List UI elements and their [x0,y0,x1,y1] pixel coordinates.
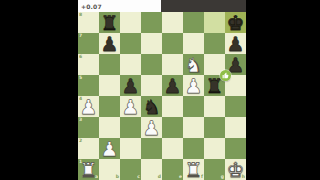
square-d4[interactable]: ♞ [141,96,162,117]
letterbox-right [246,0,320,180]
square-h1[interactable]: h♚ [225,159,246,180]
black-pawn[interactable]: ♟ [164,76,182,96]
square-c3[interactable] [120,117,141,138]
thumbs-up-icon [222,72,229,79]
square-e2[interactable] [162,138,183,159]
square-d3[interactable]: ♟ [141,117,162,138]
square-a6[interactable]: 6 [78,54,99,75]
rank-label-6: 6 [79,55,82,60]
white-pawn[interactable]: ♟ [122,97,140,117]
square-e3[interactable] [162,117,183,138]
square-c2[interactable] [120,138,141,159]
rank-label-2: 2 [79,139,82,144]
white-pawn[interactable]: ♟ [143,118,161,138]
square-g4[interactable] [204,96,225,117]
square-d6[interactable] [141,54,162,75]
square-a3[interactable]: 3 [78,117,99,138]
white-pawn[interactable]: ♟ [80,97,98,117]
file-label-b: b [116,175,119,180]
file-label-a: a [95,175,98,180]
square-d1[interactable]: d [141,159,162,180]
evaluation-bar-white-side: +0.07 [78,0,161,12]
rank-label-4: 4 [79,97,82,102]
square-c1[interactable]: c [120,159,141,180]
good-move-badge [220,70,231,81]
square-f5[interactable]: ♟ [183,75,204,96]
rank-label-3: 3 [79,118,82,123]
square-a2[interactable]: 2 [78,138,99,159]
rank-label-8: 8 [79,13,82,18]
square-e5[interactable]: ♟ [162,75,183,96]
square-e1[interactable]: e [162,159,183,180]
square-d8[interactable] [141,12,162,33]
square-a4[interactable]: 4♟ [78,96,99,117]
square-c5[interactable]: ♟ [120,75,141,96]
square-b4[interactable] [99,96,120,117]
file-label-e: e [179,175,182,180]
black-rook[interactable]: ♜ [101,13,119,33]
square-a7[interactable]: 7 [78,33,99,54]
square-g2[interactable] [204,138,225,159]
square-h8[interactable]: ♚ [225,12,246,33]
rank-label-5: 5 [79,76,82,81]
square-f7[interactable] [183,33,204,54]
black-pawn[interactable]: ♟ [122,76,140,96]
black-king[interactable]: ♚ [227,13,245,33]
rank-label-7: 7 [79,34,82,39]
black-pawn[interactable]: ♟ [227,34,245,54]
file-label-d: d [158,175,161,180]
square-e7[interactable] [162,33,183,54]
square-c4[interactable]: ♟ [120,96,141,117]
square-f2[interactable] [183,138,204,159]
square-f8[interactable] [183,12,204,33]
square-f6[interactable]: ♞ [183,54,204,75]
square-h3[interactable] [225,117,246,138]
square-d5[interactable] [141,75,162,96]
white-pawn[interactable]: ♟ [101,139,119,159]
square-c8[interactable] [120,12,141,33]
evaluation-score: +0.07 [78,3,102,10]
file-label-f: f [201,175,203,180]
file-label-h: h [242,175,245,180]
square-g7[interactable] [204,33,225,54]
letterbox-left [0,0,78,180]
square-h7[interactable]: ♟ [225,33,246,54]
square-f3[interactable] [183,117,204,138]
square-b8[interactable]: ♜ [99,12,120,33]
square-e8[interactable] [162,12,183,33]
square-a1[interactable]: 1a♜ [78,159,99,180]
square-c7[interactable] [120,33,141,54]
square-g3[interactable] [204,117,225,138]
video-frame: +0.07 8♜♚7♟♟6♞♟5♟♟♟♜4♟♟♞3♟2♟1a♜bcdef♜gh♚ [0,0,320,180]
square-g8[interactable] [204,12,225,33]
file-label-g: g [221,175,224,180]
black-pawn[interactable]: ♟ [101,34,119,54]
square-b1[interactable]: b [99,159,120,180]
square-h4[interactable] [225,96,246,117]
square-h2[interactable] [225,138,246,159]
square-a5[interactable]: 5 [78,75,99,96]
file-label-c: c [137,175,140,180]
square-d7[interactable] [141,33,162,54]
square-b3[interactable] [99,117,120,138]
black-knight[interactable]: ♞ [143,97,161,117]
square-d2[interactable] [141,138,162,159]
white-pawn[interactable]: ♟ [185,76,203,96]
square-b7[interactable]: ♟ [99,33,120,54]
square-e4[interactable] [162,96,183,117]
square-c6[interactable] [120,54,141,75]
white-knight[interactable]: ♞ [185,55,203,75]
square-g1[interactable]: g [204,159,225,180]
square-b5[interactable] [99,75,120,96]
square-b6[interactable] [99,54,120,75]
white-rook[interactable]: ♜ [185,160,203,180]
square-f1[interactable]: f♜ [183,159,204,180]
chess-board[interactable]: 8♜♚7♟♟6♞♟5♟♟♟♜4♟♟♞3♟2♟1a♜bcdef♜gh♚ [78,12,246,180]
square-a8[interactable]: 8 [78,12,99,33]
rank-label-1: 1 [79,160,82,165]
square-b2[interactable]: ♟ [99,138,120,159]
square-e6[interactable] [162,54,183,75]
square-f4[interactable] [183,96,204,117]
